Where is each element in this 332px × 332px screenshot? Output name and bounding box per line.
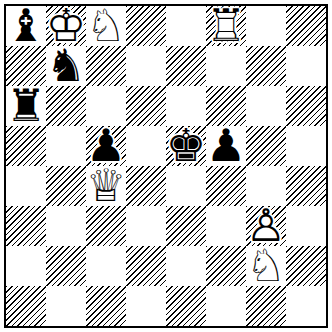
square-c8[interactable]: ♞♘ (86, 6, 126, 46)
black-bishop-a8[interactable]: ♝ (6, 6, 46, 46)
square-g6[interactable] (246, 86, 286, 126)
square-f1[interactable] (206, 286, 246, 326)
square-b5[interactable] (46, 126, 86, 166)
square-f7[interactable] (206, 46, 246, 86)
square-d3[interactable] (126, 206, 166, 246)
square-e3[interactable] (166, 206, 206, 246)
square-b7[interactable]: ♞♞ (46, 46, 86, 86)
square-a8[interactable]: ♝♝ (6, 6, 46, 46)
square-e1[interactable] (166, 286, 206, 326)
square-h3[interactable] (286, 206, 326, 246)
square-f4[interactable] (206, 166, 246, 206)
square-a1[interactable] (6, 286, 46, 326)
square-d1[interactable] (126, 286, 166, 326)
square-g7[interactable] (246, 46, 286, 86)
square-b3[interactable] (46, 206, 86, 246)
square-h5[interactable] (286, 126, 326, 166)
square-b2[interactable] (46, 246, 86, 286)
square-f8[interactable]: ♜♖ (206, 6, 246, 46)
chess-board: ♝♝♚♔♞♘♜♖♞♞♜♜♟♟♚♚♟♟♛♕♟♙♞♘ (4, 4, 328, 328)
square-e5[interactable]: ♚♚ (166, 126, 206, 166)
square-h7[interactable] (286, 46, 326, 86)
square-f2[interactable] (206, 246, 246, 286)
black-king-e5[interactable]: ♚ (166, 126, 206, 166)
square-b1[interactable] (46, 286, 86, 326)
white-queen-c4[interactable]: ♕ (86, 166, 126, 206)
square-c3[interactable] (86, 206, 126, 246)
black-pawn-f5[interactable]: ♟ (206, 126, 246, 166)
square-d6[interactable] (126, 86, 166, 126)
square-a4[interactable] (6, 166, 46, 206)
square-h8[interactable] (286, 6, 326, 46)
black-knight-b7[interactable]: ♞ (46, 46, 86, 86)
white-knight-g2[interactable]: ♘ (246, 246, 286, 286)
square-e7[interactable] (166, 46, 206, 86)
black-rook-a6[interactable]: ♜ (6, 86, 46, 126)
square-c4[interactable]: ♛♕ (86, 166, 126, 206)
square-d5[interactable] (126, 126, 166, 166)
white-rook-f8[interactable]: ♖ (206, 6, 246, 46)
square-g8[interactable] (246, 6, 286, 46)
square-b6[interactable] (46, 86, 86, 126)
square-a6[interactable]: ♜♜ (6, 86, 46, 126)
square-h1[interactable] (286, 286, 326, 326)
square-e8[interactable] (166, 6, 206, 46)
square-f3[interactable] (206, 206, 246, 246)
diagram-frame: ♝♝♚♔♞♘♜♖♞♞♜♜♟♟♚♚♟♟♛♕♟♙♞♘ (0, 0, 332, 332)
square-a3[interactable] (6, 206, 46, 246)
square-g5[interactable] (246, 126, 286, 166)
square-h4[interactable] (286, 166, 326, 206)
square-c1[interactable] (86, 286, 126, 326)
square-a5[interactable] (6, 126, 46, 166)
square-c2[interactable] (86, 246, 126, 286)
square-c7[interactable] (86, 46, 126, 86)
square-h6[interactable] (286, 86, 326, 126)
square-a2[interactable] (6, 246, 46, 286)
square-e2[interactable] (166, 246, 206, 286)
square-g1[interactable] (246, 286, 286, 326)
square-f5[interactable]: ♟♟ (206, 126, 246, 166)
white-knight-c8[interactable]: ♘ (86, 6, 126, 46)
square-h2[interactable] (286, 246, 326, 286)
square-d2[interactable] (126, 246, 166, 286)
square-g2[interactable]: ♞♘ (246, 246, 286, 286)
square-d8[interactable] (126, 6, 166, 46)
square-e4[interactable] (166, 166, 206, 206)
square-d7[interactable] (126, 46, 166, 86)
square-d4[interactable] (126, 166, 166, 206)
square-b4[interactable] (46, 166, 86, 206)
